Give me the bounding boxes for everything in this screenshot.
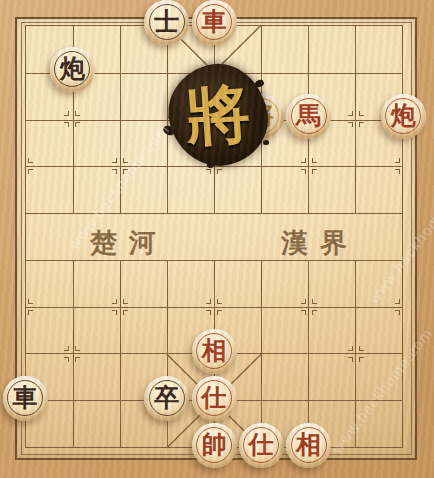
piece-black-advisor[interactable]: 士 [144, 0, 189, 45]
piece-glyph: 車 [202, 9, 227, 34]
piece-glyph: 仕 [202, 385, 227, 410]
piece-red-elephant[interactable]: 相 [286, 423, 331, 468]
piece-glyph: 將 [249, 103, 274, 128]
piece-glyph: 相 [202, 338, 227, 363]
xiangqi-app-screen: 楚河 漢界 士車炮將馬炮相車卒仕帥仕相 將 www.hackhome.com w… [0, 0, 434, 478]
piece-red-chariot[interactable]: 車 [192, 0, 237, 45]
piece-glyph: 炮 [391, 103, 416, 128]
piece-glyph: 仕 [249, 432, 274, 457]
piece-black-general[interactable]: 將 [239, 94, 284, 139]
piece-glyph: 車 [13, 385, 38, 410]
piece-layer: 士車炮將馬炮相車卒仕帥仕相 [0, 0, 434, 478]
piece-glyph: 炮 [60, 56, 85, 81]
piece-red-elephant[interactable]: 相 [192, 329, 237, 374]
piece-glyph: 卒 [154, 385, 179, 410]
piece-red-horse[interactable]: 馬 [286, 94, 331, 139]
piece-glyph: 相 [296, 432, 321, 457]
piece-black-chariot[interactable]: 車 [3, 376, 48, 421]
piece-black-cannon[interactable]: 炮 [50, 47, 95, 92]
piece-glyph: 馬 [296, 103, 321, 128]
piece-glyph: 帥 [202, 432, 227, 457]
piece-red-cannon[interactable]: 炮 [381, 94, 426, 139]
piece-red-advisor[interactable]: 仕 [192, 376, 237, 421]
piece-black-soldier[interactable]: 卒 [144, 376, 189, 421]
piece-red-general[interactable]: 帥 [192, 423, 237, 468]
piece-glyph: 士 [154, 9, 179, 34]
piece-red-advisor[interactable]: 仕 [239, 423, 284, 468]
